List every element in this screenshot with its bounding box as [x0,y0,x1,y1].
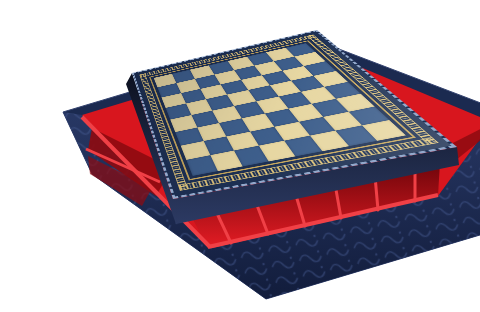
product-photo-chess-set: Empty blue and gold chessboard lid resti… [40,16,480,312]
